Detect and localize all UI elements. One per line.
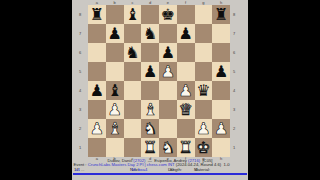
square-g4[interactable]: ♛: [195, 81, 213, 100]
square-d4[interactable]: [141, 81, 159, 100]
rank-label-6: 6: [72, 43, 88, 62]
square-g8[interactable]: [195, 5, 213, 24]
letterbox-bar-left: [0, 0, 72, 180]
rank-label-6: 6: [233, 43, 248, 62]
square-h2[interactable]: ♟: [212, 119, 230, 138]
square-a8[interactable]: ♜: [88, 5, 106, 24]
square-h6[interactable]: [212, 43, 230, 62]
blue-divider-line: [73, 173, 247, 175]
square-g6[interactable]: [195, 43, 213, 62]
square-f8[interactable]: [177, 5, 195, 24]
last-move: a4: [75, 168, 80, 173]
rank-label-5: 5: [233, 62, 248, 81]
square-e6[interactable]: ♟: [159, 43, 177, 62]
square-f6[interactable]: [177, 43, 195, 62]
square-e7[interactable]: [159, 24, 177, 43]
rank-label-8: 8: [72, 5, 88, 24]
white-bishop: ♝: [107, 119, 121, 138]
square-e8[interactable]: ♚: [159, 5, 177, 24]
black-pawn: ♟: [178, 24, 192, 43]
white-rook: ♜: [143, 138, 157, 157]
square-c1[interactable]: [124, 138, 142, 157]
rank-label-5: 5: [72, 62, 88, 81]
rank-labels-left: 87654321: [72, 5, 88, 157]
white-pawn: ♟: [178, 81, 192, 100]
square-d6[interactable]: [141, 43, 159, 62]
event-result: 1-0: [224, 162, 230, 167]
square-a3[interactable]: [88, 100, 106, 119]
rank-label-7: 7: [72, 24, 88, 43]
square-f2[interactable]: [177, 119, 195, 138]
square-c8[interactable]: ♝: [124, 5, 142, 24]
square-a4[interactable]: ♟: [88, 81, 106, 100]
square-g7[interactable]: [195, 24, 213, 43]
length-field: Length: 30: [168, 168, 169, 173]
square-c4[interactable]: [124, 81, 142, 100]
material-value: 0: [195, 168, 197, 173]
square-h4[interactable]: [212, 81, 230, 100]
square-h7[interactable]: [212, 24, 230, 43]
square-a5[interactable]: [88, 62, 106, 81]
black-knight: ♞: [143, 24, 157, 43]
rank-label-2: 2: [72, 119, 88, 138]
square-h1[interactable]: [212, 138, 230, 157]
square-d8[interactable]: [141, 5, 159, 24]
rank-label-8: 8: [233, 5, 248, 24]
square-g1[interactable]: ♚: [195, 138, 213, 157]
square-h5[interactable]: ♟: [212, 62, 230, 81]
black-queen: ♛: [196, 81, 210, 100]
square-h3[interactable]: [212, 100, 230, 119]
black-pawn: ♟: [214, 62, 228, 81]
length-value: 30: [169, 168, 174, 173]
square-d2[interactable]: ♞: [141, 119, 159, 138]
square-b6[interactable]: [106, 43, 124, 62]
video-frame: abcdefgh abcdefgh 87654321 87654321 ♜♝♚♜…: [0, 0, 320, 180]
square-a1[interactable]: [88, 138, 106, 157]
white-pawn: ♟: [161, 62, 175, 81]
square-a6[interactable]: [88, 43, 106, 62]
square-h8[interactable]: ♜: [212, 5, 230, 24]
square-b4[interactable]: ♝: [106, 81, 124, 100]
square-f7[interactable]: ♟: [177, 24, 195, 43]
square-e5[interactable]: ♟: [159, 62, 177, 81]
black-bishop: ♝: [125, 5, 139, 24]
chess-board: ♜♝♚♜♟♞♟♞♟♟♟♟♟♝♟♛♟♝♛♟♝♞♟♟♜♞♜♚: [88, 5, 230, 157]
square-f4[interactable]: ♟: [177, 81, 195, 100]
black-pawn: ♟: [90, 81, 104, 100]
rank-label-4: 4: [233, 81, 248, 100]
black-king: ♚: [161, 5, 175, 24]
square-c7[interactable]: [124, 24, 142, 43]
white-knight: ♞: [161, 138, 175, 157]
square-c2[interactable]: [124, 119, 142, 138]
square-e2[interactable]: [159, 119, 177, 138]
square-d5[interactable]: ♟: [141, 62, 159, 81]
square-d3[interactable]: ♝: [141, 100, 159, 119]
square-b2[interactable]: ♝: [106, 119, 124, 138]
board-panel: abcdefgh abcdefgh 87654321 87654321 ♜♝♚♜…: [72, 0, 248, 180]
last-move-field: 17. ... a4: [74, 168, 75, 173]
square-b5[interactable]: [106, 62, 124, 81]
rank-label-2: 2: [233, 119, 248, 138]
white-bishop: ♝: [143, 100, 157, 119]
white-king: ♚: [196, 138, 210, 157]
black-bishop: ♝: [107, 81, 121, 100]
black-rook: ♜: [90, 5, 104, 24]
black-rook: ♜: [214, 5, 228, 24]
rank-label-3: 3: [72, 100, 88, 119]
square-f3[interactable]: ♛: [177, 100, 195, 119]
square-b1[interactable]: [106, 138, 124, 157]
black-knight: ♞: [125, 43, 139, 62]
square-a7[interactable]: [88, 24, 106, 43]
square-f5[interactable]: [177, 62, 195, 81]
square-e1[interactable]: ♞: [159, 138, 177, 157]
square-g3[interactable]: [195, 100, 213, 119]
black-pawn: ♟: [143, 62, 157, 81]
white-knight: ♞: [143, 119, 157, 138]
square-c6[interactable]: ♞: [124, 43, 142, 62]
rank-label-7: 7: [233, 24, 248, 43]
black-pawn: ♟: [161, 43, 175, 62]
square-f1[interactable]: ♜: [177, 138, 195, 157]
square-b8[interactable]: [106, 5, 124, 24]
square-e4[interactable]: [159, 81, 177, 100]
status-line: 17. ... a4 Next: 18. bxa4 Length: 30 Mat…: [72, 168, 248, 173]
white-queen: ♛: [178, 100, 192, 119]
white-pawn: ♟: [90, 119, 104, 138]
next-move: 18. bxa4: [131, 168, 147, 173]
black-pawn: ♟: [107, 24, 121, 43]
rank-labels-right: 87654321: [230, 5, 248, 157]
square-e3[interactable]: [159, 100, 177, 119]
square-a2[interactable]: ♟: [88, 119, 106, 138]
square-d7[interactable]: ♞: [141, 24, 159, 43]
white-pawn: ♟: [196, 119, 210, 138]
square-b3[interactable]: ♟: [106, 100, 124, 119]
square-g2[interactable]: ♟: [195, 119, 213, 138]
rank-label-4: 4: [72, 81, 88, 100]
square-d1[interactable]: ♜: [141, 138, 159, 157]
rank-label-1: 1: [72, 138, 88, 157]
square-c3[interactable]: [124, 100, 142, 119]
letterbox-bar-right: [248, 0, 320, 180]
white-pawn: ♟: [107, 100, 121, 119]
square-c5[interactable]: [124, 62, 142, 81]
rank-label-1: 1: [233, 138, 248, 157]
square-b7[interactable]: ♟: [106, 24, 124, 43]
next-move-field: Next: 18. bxa4: [130, 168, 131, 173]
white-pawn: ♟: [214, 119, 228, 138]
white-rook: ♜: [178, 138, 192, 157]
rank-label-3: 3: [233, 100, 248, 119]
square-g5[interactable]: [195, 62, 213, 81]
material-field: Material: 0: [194, 168, 195, 173]
